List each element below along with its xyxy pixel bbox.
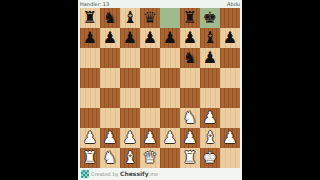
footer-bar: Created by Chessify.me <box>78 168 242 180</box>
square-c6[interactable] <box>120 48 140 68</box>
square-h6[interactable] <box>220 48 240 68</box>
square-g8[interactable]: ♚ <box>200 8 220 28</box>
square-e7[interactable]: ♟ <box>160 28 180 48</box>
square-e2[interactable]: ♟ <box>160 128 180 148</box>
square-e6[interactable] <box>160 48 180 68</box>
square-f8[interactable]: ♜ <box>180 8 200 28</box>
square-b2[interactable]: ♟ <box>100 128 120 148</box>
square-d3[interactable] <box>140 108 160 128</box>
square-a8[interactable]: ♜ <box>80 8 100 28</box>
square-d5[interactable] <box>140 68 160 88</box>
black-pawn-c7: ♟ <box>120 28 140 48</box>
square-g4[interactable] <box>200 88 220 108</box>
created-by-label: Created by <box>91 171 119 177</box>
square-c3[interactable] <box>120 108 140 128</box>
square-h5[interactable] <box>220 68 240 88</box>
white-rook-a1: ♜ <box>80 148 100 168</box>
chess-app-frame: Handler: 13 Abdu ♜♞♝♛♜♚♟♟♟♟♟♟♝♟♞♟♞♟♟♟♟♟♟… <box>78 0 242 180</box>
square-g1[interactable]: ♚ <box>200 148 220 168</box>
white-bishop-c1: ♝ <box>120 148 140 168</box>
square-c8[interactable]: ♝ <box>120 8 140 28</box>
square-d8[interactable]: ♛ <box>140 8 160 28</box>
square-h7[interactable]: ♟ <box>220 28 240 48</box>
square-b3[interactable] <box>100 108 120 128</box>
square-h4[interactable] <box>220 88 240 108</box>
square-h8[interactable] <box>220 8 240 28</box>
square-b6[interactable] <box>100 48 120 68</box>
square-b1[interactable]: ♞ <box>100 148 120 168</box>
white-pawn-d2: ♟ <box>140 128 160 148</box>
square-e3[interactable] <box>160 108 180 128</box>
square-c7[interactable]: ♟ <box>120 28 140 48</box>
square-d6[interactable] <box>140 48 160 68</box>
black-pawn-e7: ♟ <box>160 28 180 48</box>
black-queen-d8: ♛ <box>140 8 160 28</box>
square-a7[interactable]: ♟ <box>80 28 100 48</box>
black-pawn-h7: ♟ <box>220 28 240 48</box>
credit-text: Created by Chessify.me <box>91 168 158 180</box>
white-pawn-h2: ♟ <box>220 128 240 148</box>
square-d2[interactable]: ♟ <box>140 128 160 148</box>
square-h1[interactable] <box>220 148 240 168</box>
white-pawn-b2: ♟ <box>100 128 120 148</box>
white-knight-b1: ♞ <box>100 148 120 168</box>
square-a5[interactable] <box>80 68 100 88</box>
video-frame: Handler: 13 Abdu ♜♞♝♛♜♚♟♟♟♟♟♟♝♟♞♟♞♟♟♟♟♟♟… <box>0 0 320 180</box>
square-g5[interactable] <box>200 68 220 88</box>
black-king-g8: ♚ <box>200 8 220 28</box>
square-c2[interactable]: ♟ <box>120 128 140 148</box>
white-knight-f3: ♞ <box>180 108 200 128</box>
square-b8[interactable]: ♞ <box>100 8 120 28</box>
black-pawn-g6: ♟ <box>200 48 220 68</box>
square-g2[interactable]: ♝ <box>200 128 220 148</box>
white-pawn-g3: ♟ <box>200 108 220 128</box>
top-bar: Handler: 13 Abdu <box>78 0 242 8</box>
square-a3[interactable] <box>80 108 100 128</box>
square-f6[interactable]: ♞ <box>180 48 200 68</box>
square-a1[interactable]: ♜ <box>80 148 100 168</box>
square-f3[interactable]: ♞ <box>180 108 200 128</box>
square-f5[interactable] <box>180 68 200 88</box>
white-king-g1: ♚ <box>200 148 220 168</box>
chess-board: ♜♞♝♛♜♚♟♟♟♟♟♟♝♟♞♟♞♟♟♟♟♟♟♟♝♟♜♞♝♛♜♚ <box>80 8 240 168</box>
black-bishop-g7: ♝ <box>200 28 220 48</box>
square-h3[interactable] <box>220 108 240 128</box>
black-pawn-b7: ♟ <box>100 28 120 48</box>
top-bar-right-text: Abdu <box>227 0 240 8</box>
brand-name: Chessify <box>120 170 148 177</box>
white-pawn-a2: ♟ <box>80 128 100 148</box>
black-pawn-a7: ♟ <box>80 28 100 48</box>
square-a2[interactable]: ♟ <box>80 128 100 148</box>
square-a4[interactable] <box>80 88 100 108</box>
square-e1[interactable] <box>160 148 180 168</box>
white-pawn-e2: ♟ <box>160 128 180 148</box>
black-rook-a8: ♜ <box>80 8 100 28</box>
white-pawn-c2: ♟ <box>120 128 140 148</box>
white-pawn-f2: ♟ <box>180 128 200 148</box>
square-g3[interactable]: ♟ <box>200 108 220 128</box>
square-d1[interactable]: ♛ <box>140 148 160 168</box>
square-b7[interactable]: ♟ <box>100 28 120 48</box>
square-c5[interactable] <box>120 68 140 88</box>
white-queen-d1: ♛ <box>140 148 160 168</box>
black-pawn-d7: ♟ <box>140 28 160 48</box>
square-g6[interactable]: ♟ <box>200 48 220 68</box>
square-c1[interactable]: ♝ <box>120 148 140 168</box>
square-c4[interactable] <box>120 88 140 108</box>
chessify-logo-icon <box>81 170 89 178</box>
square-e4[interactable] <box>160 88 180 108</box>
square-g7[interactable]: ♝ <box>200 28 220 48</box>
square-b4[interactable] <box>100 88 120 108</box>
black-pawn-f7: ♟ <box>180 28 200 48</box>
white-bishop-g2: ♝ <box>200 128 220 148</box>
square-f7[interactable]: ♟ <box>180 28 200 48</box>
black-bishop-c8: ♝ <box>120 8 140 28</box>
square-d4[interactable] <box>140 88 160 108</box>
square-f2[interactable]: ♟ <box>180 128 200 148</box>
square-h2[interactable]: ♟ <box>220 128 240 148</box>
square-e8[interactable] <box>160 8 180 28</box>
white-rook-f1: ♜ <box>180 148 200 168</box>
brand-suffix: .me <box>149 171 159 177</box>
black-knight-b8: ♞ <box>100 8 120 28</box>
square-a6[interactable] <box>80 48 100 68</box>
square-d7[interactable]: ♟ <box>140 28 160 48</box>
top-bar-left-text: Handler: 13 <box>80 0 109 8</box>
square-f1[interactable]: ♜ <box>180 148 200 168</box>
black-rook-f8: ♜ <box>180 8 200 28</box>
black-knight-f6: ♞ <box>180 48 200 68</box>
square-f4[interactable] <box>180 88 200 108</box>
square-e5[interactable] <box>160 68 180 88</box>
square-b5[interactable] <box>100 68 120 88</box>
